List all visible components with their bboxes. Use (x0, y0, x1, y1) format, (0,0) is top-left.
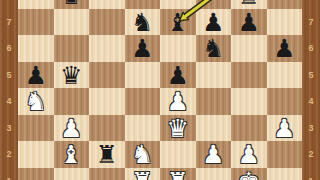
square-e4[interactable]: ♟ (160, 88, 196, 115)
square-b8[interactable]: ♚ (54, 0, 90, 9)
piece-black-bishop[interactable]: ♝ (160, 9, 196, 36)
rank-label-2-right: 2 (302, 141, 320, 168)
square-d4[interactable] (125, 88, 161, 115)
square-c8[interactable] (89, 0, 125, 9)
square-g1[interactable]: ♚ (231, 168, 267, 180)
rank-label-4-right: 4 (302, 88, 320, 115)
piece-black-pawn[interactable]: ♟ (231, 9, 267, 36)
square-h8[interactable] (267, 0, 303, 9)
square-b2[interactable]: ♝ (54, 141, 90, 168)
square-c3[interactable] (89, 115, 125, 142)
rank-label-1-right: 1 (302, 168, 320, 180)
square-b1[interactable] (54, 168, 90, 180)
square-d3[interactable] (125, 115, 161, 142)
square-h5[interactable] (267, 62, 303, 89)
square-f4[interactable] (196, 88, 232, 115)
rank-label-strip-left: 87654321 (0, 0, 18, 180)
square-d1[interactable]: ♜ (125, 168, 161, 180)
piece-white-queen[interactable]: ♛ (160, 115, 196, 142)
square-f3[interactable] (196, 115, 232, 142)
rank-label-1-left: 1 (0, 168, 18, 180)
piece-black-knight[interactable]: ♞ (196, 35, 232, 62)
square-d7[interactable]: ♞ (125, 9, 161, 36)
rank-label-6-right: 6 (302, 35, 320, 62)
square-c6[interactable] (89, 35, 125, 62)
piece-white-rook[interactable]: ♜ (125, 168, 161, 180)
square-f6[interactable]: ♞ (196, 35, 232, 62)
piece-white-knight[interactable]: ♞ (125, 141, 161, 168)
square-e1[interactable]: ♜ (160, 168, 196, 180)
square-e2[interactable] (160, 141, 196, 168)
piece-white-pawn[interactable]: ♟ (267, 115, 303, 142)
rank-label-8-right: 8 (302, 0, 320, 9)
square-a5[interactable]: ♟ (18, 62, 54, 89)
square-c2[interactable]: ♜ (89, 141, 125, 168)
rank-label-5-left: 5 (0, 62, 18, 89)
square-g4[interactable] (231, 88, 267, 115)
square-b7[interactable] (54, 9, 90, 36)
square-h7[interactable] (267, 9, 303, 36)
rank-label-3-right: 3 (302, 115, 320, 142)
square-g3[interactable] (231, 115, 267, 142)
chess-board: ♚♜♞♝♟♟♟♞♟♟♛♟♞♟♟♛♟♝♜♞♟♟♜♜♚ (18, 0, 302, 180)
chess-board-screenshot: 87654321 87654321 ♚♜♞♝♟♟♟♞♟♟♛♟♞♟♟♛♟♝♜♞♟♟… (0, 0, 320, 180)
square-a6[interactable] (18, 35, 54, 62)
piece-black-pawn[interactable]: ♟ (196, 9, 232, 36)
square-g5[interactable] (231, 62, 267, 89)
square-f1[interactable] (196, 168, 232, 180)
piece-black-pawn[interactable]: ♟ (267, 35, 303, 62)
rank-label-3-left: 3 (0, 115, 18, 142)
piece-white-pawn[interactable]: ♟ (160, 88, 196, 115)
square-h4[interactable] (267, 88, 303, 115)
rank-label-4-left: 4 (0, 88, 18, 115)
square-h6[interactable]: ♟ (267, 35, 303, 62)
square-f2[interactable]: ♟ (196, 141, 232, 168)
rank-label-2-left: 2 (0, 141, 18, 168)
square-g6[interactable] (231, 35, 267, 62)
square-h1[interactable] (267, 168, 303, 180)
square-d5[interactable] (125, 62, 161, 89)
square-b5[interactable]: ♛ (54, 62, 90, 89)
square-f7[interactable]: ♟ (196, 9, 232, 36)
piece-black-knight[interactable]: ♞ (125, 9, 161, 36)
square-h2[interactable] (267, 141, 303, 168)
piece-black-pawn[interactable]: ♟ (160, 62, 196, 89)
square-e3[interactable]: ♛ (160, 115, 196, 142)
piece-white-king[interactable]: ♚ (231, 168, 267, 180)
square-a7[interactable] (18, 9, 54, 36)
square-a8[interactable] (18, 0, 54, 9)
piece-white-pawn[interactable]: ♟ (54, 115, 90, 142)
square-a1[interactable] (18, 168, 54, 180)
square-a2[interactable] (18, 141, 54, 168)
square-b6[interactable] (54, 35, 90, 62)
square-a4[interactable]: ♞ (18, 88, 54, 115)
piece-white-pawn[interactable]: ♟ (196, 141, 232, 168)
rank-label-5-right: 5 (302, 62, 320, 89)
square-c1[interactable] (89, 168, 125, 180)
square-d6[interactable]: ♟ (125, 35, 161, 62)
square-h3[interactable]: ♟ (267, 115, 303, 142)
square-e6[interactable] (160, 35, 196, 62)
square-a3[interactable] (18, 115, 54, 142)
piece-black-queen[interactable]: ♛ (54, 62, 90, 89)
square-f5[interactable] (196, 62, 232, 89)
piece-white-pawn[interactable]: ♟ (231, 141, 267, 168)
piece-white-bishop[interactable]: ♝ (54, 141, 90, 168)
piece-black-pawn[interactable]: ♟ (18, 62, 54, 89)
square-c4[interactable] (89, 88, 125, 115)
square-g7[interactable]: ♟ (231, 9, 267, 36)
square-b3[interactable]: ♟ (54, 115, 90, 142)
square-d2[interactable]: ♞ (125, 141, 161, 168)
rank-label-6-left: 6 (0, 35, 18, 62)
square-c5[interactable] (89, 62, 125, 89)
piece-black-king[interactable]: ♚ (54, 0, 90, 9)
rank-label-8-left: 8 (0, 0, 18, 9)
piece-black-rook[interactable]: ♜ (89, 141, 125, 168)
square-c7[interactable] (89, 9, 125, 36)
square-e5[interactable]: ♟ (160, 62, 196, 89)
rank-label-7-left: 7 (0, 9, 18, 36)
square-g2[interactable]: ♟ (231, 141, 267, 168)
rank-label-strip-right: 87654321 (302, 0, 320, 180)
rank-label-7-right: 7 (302, 9, 320, 36)
square-b4[interactable] (54, 88, 90, 115)
piece-white-knight[interactable]: ♞ (18, 88, 54, 115)
piece-black-pawn[interactable]: ♟ (125, 35, 161, 62)
square-e7[interactable]: ♝ (160, 9, 196, 36)
piece-white-rook[interactable]: ♜ (160, 168, 196, 180)
